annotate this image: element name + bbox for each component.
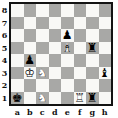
square-a6[interactable] bbox=[11, 29, 24, 42]
square-b4[interactable]: ♟ bbox=[24, 54, 37, 67]
square-c1[interactable]: ♞♘ bbox=[36, 92, 49, 105]
square-f3[interactable] bbox=[74, 67, 87, 80]
piece-glyph: ♟ bbox=[61, 29, 74, 42]
black-pawn[interactable]: ♟ bbox=[24, 54, 37, 67]
rank-label-3: 3 bbox=[0, 67, 9, 80]
square-d1[interactable] bbox=[49, 92, 62, 105]
square-d5[interactable] bbox=[49, 42, 62, 55]
square-d4[interactable] bbox=[49, 54, 62, 67]
rank-label-5: 5 bbox=[0, 42, 9, 55]
square-e5[interactable]: ♝♗ bbox=[61, 42, 74, 55]
square-h8[interactable] bbox=[99, 4, 112, 17]
square-d3[interactable] bbox=[49, 67, 62, 80]
square-g1[interactable]: ♜ bbox=[86, 92, 99, 105]
black-rook[interactable]: ♜ bbox=[86, 92, 99, 105]
file-label-a: a bbox=[11, 106, 24, 118]
square-a7[interactable] bbox=[11, 17, 24, 30]
file-label-d: d bbox=[49, 106, 62, 118]
square-f2[interactable] bbox=[74, 79, 87, 92]
square-f1[interactable]: ♜♖ bbox=[74, 92, 87, 105]
square-d6[interactable] bbox=[49, 29, 62, 42]
square-h5[interactable] bbox=[99, 42, 112, 55]
square-c5[interactable] bbox=[36, 42, 49, 55]
file-label-f: f bbox=[74, 106, 87, 118]
square-b3[interactable]: ♚♔ bbox=[24, 67, 37, 80]
square-h2[interactable] bbox=[99, 79, 112, 92]
square-a5[interactable] bbox=[11, 42, 24, 55]
piece-glyph: ♜ bbox=[86, 42, 99, 55]
square-e3[interactable] bbox=[61, 67, 74, 80]
piece-glyph: ♖ bbox=[74, 92, 87, 105]
square-f6[interactable] bbox=[74, 29, 87, 42]
black-king[interactable]: ♚ bbox=[11, 92, 24, 105]
white-rook[interactable]: ♜♖ bbox=[74, 92, 87, 105]
square-h6[interactable] bbox=[99, 29, 112, 42]
rank-label-1: 1 bbox=[0, 92, 9, 105]
white-knight[interactable]: ♞♘ bbox=[36, 92, 49, 105]
square-g3[interactable] bbox=[86, 67, 99, 80]
piece-glyph: ♟ bbox=[24, 54, 37, 67]
file-labels: abcdefgh bbox=[11, 106, 111, 118]
rank-label-8: 8 bbox=[0, 4, 9, 17]
chess-board: ♟♝♗♜♟♚♔♞♘♝♚♞♘♜♖♜ bbox=[9, 2, 113, 106]
square-a4[interactable] bbox=[11, 54, 24, 67]
square-g7[interactable] bbox=[86, 17, 99, 30]
square-a1[interactable]: ♚ bbox=[11, 92, 24, 105]
square-a8[interactable] bbox=[11, 4, 24, 17]
file-label-e: e bbox=[61, 106, 74, 118]
square-b2[interactable] bbox=[24, 79, 37, 92]
black-pawn[interactable]: ♟ bbox=[61, 29, 74, 42]
piece-glyph: ♝ bbox=[99, 67, 112, 80]
square-c3[interactable]: ♞♘ bbox=[36, 67, 49, 80]
white-knight[interactable]: ♞♘ bbox=[36, 67, 49, 80]
square-e2[interactable] bbox=[61, 79, 74, 92]
file-label-c: c bbox=[36, 106, 49, 118]
square-g6[interactable] bbox=[86, 29, 99, 42]
rank-label-6: 6 bbox=[0, 29, 9, 42]
square-c7[interactable] bbox=[36, 17, 49, 30]
square-e1[interactable] bbox=[61, 92, 74, 105]
piece-glyph: ♔ bbox=[24, 67, 37, 80]
square-d8[interactable] bbox=[49, 4, 62, 17]
square-g8[interactable] bbox=[86, 4, 99, 17]
square-c4[interactable] bbox=[36, 54, 49, 67]
piece-glyph: ♜ bbox=[86, 92, 99, 105]
square-e4[interactable] bbox=[61, 54, 74, 67]
square-g5[interactable]: ♜ bbox=[86, 42, 99, 55]
file-label-b: b bbox=[24, 106, 37, 118]
square-e8[interactable] bbox=[61, 4, 74, 17]
square-g2[interactable] bbox=[86, 79, 99, 92]
black-bishop[interactable]: ♝ bbox=[99, 67, 112, 80]
square-f5[interactable] bbox=[74, 42, 87, 55]
piece-glyph: ♘ bbox=[36, 67, 49, 80]
square-b7[interactable] bbox=[24, 17, 37, 30]
square-c6[interactable] bbox=[36, 29, 49, 42]
white-king[interactable]: ♚♔ bbox=[24, 67, 37, 80]
square-f8[interactable] bbox=[74, 4, 87, 17]
piece-glyph: ♚ bbox=[11, 92, 24, 105]
square-e6[interactable]: ♟ bbox=[61, 29, 74, 42]
chess-diagram: 87654321 ♟♝♗♜♟♚♔♞♘♝♚♞♘♜♖♜ abcdefgh bbox=[0, 0, 118, 118]
square-g4[interactable] bbox=[86, 54, 99, 67]
square-f7[interactable] bbox=[74, 17, 87, 30]
square-c8[interactable] bbox=[36, 4, 49, 17]
square-h4[interactable] bbox=[99, 54, 112, 67]
square-a3[interactable] bbox=[11, 67, 24, 80]
square-d2[interactable] bbox=[49, 79, 62, 92]
square-c2[interactable] bbox=[36, 79, 49, 92]
square-f4[interactable] bbox=[74, 54, 87, 67]
file-label-h: h bbox=[99, 106, 112, 118]
rank-label-4: 4 bbox=[0, 54, 9, 67]
square-h1[interactable] bbox=[99, 92, 112, 105]
piece-glyph: ♘ bbox=[36, 92, 49, 105]
square-b8[interactable] bbox=[24, 4, 37, 17]
square-b6[interactable] bbox=[24, 29, 37, 42]
file-label-g: g bbox=[86, 106, 99, 118]
black-rook[interactable]: ♜ bbox=[86, 42, 99, 55]
square-d7[interactable] bbox=[49, 17, 62, 30]
square-b1[interactable] bbox=[24, 92, 37, 105]
rank-label-2: 2 bbox=[0, 79, 9, 92]
square-h7[interactable] bbox=[99, 17, 112, 30]
square-h3[interactable]: ♝ bbox=[99, 67, 112, 80]
rank-label-7: 7 bbox=[0, 17, 9, 30]
rank-labels: 87654321 bbox=[0, 4, 9, 104]
white-bishop[interactable]: ♝♗ bbox=[61, 42, 74, 55]
square-a2[interactable] bbox=[11, 79, 24, 92]
piece-glyph: ♗ bbox=[61, 42, 74, 55]
